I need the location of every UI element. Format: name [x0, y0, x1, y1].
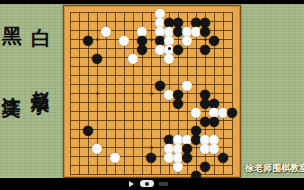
white-stone: ● [120, 35, 129, 44]
white-stone: ● [174, 161, 183, 170]
play-icon[interactable] [129, 181, 134, 187]
watermark-text: 徐老师围棋教室 [245, 162, 304, 175]
black-stone: ● [174, 98, 183, 107]
time-indicator [159, 182, 168, 186]
black-stone: ● [84, 35, 93, 44]
black-stone: ● [219, 152, 228, 161]
black-stone: ● [210, 116, 219, 125]
white-stone: ● [111, 152, 120, 161]
star-point [150, 92, 153, 95]
black-stone: ● [147, 152, 156, 161]
white-player-name: 赵晨宇 [31, 76, 50, 82]
black-stone: ● [228, 107, 237, 116]
toggle-dot [145, 182, 149, 186]
black-player-name: 连笑 [2, 82, 21, 86]
go-board: ●●●●●●●●●●●●●●●●●●●●●●●●●●●●●●●●●●●●●●●●… [63, 5, 241, 178]
black-stone: ● [201, 44, 210, 53]
star-point [150, 38, 153, 41]
white-stone: ● [165, 53, 174, 62]
black-player-label: 黑 [2, 26, 22, 46]
stones-grid: ●●●●●●●●●●●●●●●●●●●●●●●●●●●●●●●●●●●●●●●●… [66, 8, 237, 179]
star-point [96, 92, 99, 95]
black-stone: ● [93, 53, 102, 62]
black-stone: ● [84, 125, 93, 134]
progress-toggle[interactable] [140, 180, 154, 187]
white-stone: ● [93, 143, 102, 152]
white-player-label: 白 [31, 28, 51, 48]
game-scene: 黑 白 连笑 赵晨宇 ●●●●●●●●●●●●●●●●●●●●●●●●●●●●●… [0, 4, 304, 178]
white-stone: ● [129, 53, 138, 62]
video-frame: 黑 白 连笑 赵晨宇 ●●●●●●●●●●●●●●●●●●●●●●●●●●●●●… [0, 0, 304, 190]
white-stone: ● [102, 26, 111, 35]
star-point [96, 38, 99, 41]
